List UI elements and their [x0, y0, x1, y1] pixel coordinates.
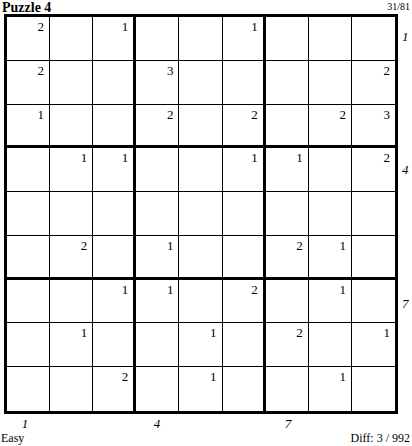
cell-r5c2[interactable] [50, 192, 93, 236]
cell-r7c2[interactable] [50, 280, 93, 324]
given-digit: 2 [167, 108, 174, 121]
given-digit: 2 [251, 108, 258, 121]
cell-r5c7[interactable] [266, 192, 309, 236]
cell-r9c3[interactable]: 2 [93, 367, 136, 411]
cell-r7c8[interactable]: 1 [309, 280, 352, 324]
cell-r8c3[interactable] [93, 323, 136, 367]
cell-r6c4[interactable]: 1 [136, 236, 179, 280]
cell-r5c6[interactable] [223, 192, 266, 236]
cell-r9c7[interactable] [266, 367, 309, 411]
given-digit: 1 [38, 108, 45, 121]
given-digit: 2 [122, 370, 129, 383]
cell-r1c6[interactable]: 1 [223, 17, 266, 61]
cell-r6c9[interactable] [352, 236, 395, 280]
given-digit: 1 [167, 239, 174, 252]
cell-r4c1[interactable] [7, 148, 50, 192]
cell-r1c3[interactable]: 1 [93, 17, 136, 61]
given-digit: 1 [251, 20, 258, 33]
cell-r3c7[interactable] [266, 105, 309, 149]
cell-r6c1[interactable] [7, 236, 50, 280]
given-digit: 2 [339, 108, 346, 121]
cell-r4c3[interactable]: 1 [93, 148, 136, 192]
cell-r1c8[interactable] [309, 17, 352, 61]
cell-r2c7[interactable] [266, 61, 309, 105]
cell-r4c9[interactable]: 2 [352, 148, 395, 192]
cell-r6c3[interactable] [93, 236, 136, 280]
given-digit: 1 [339, 239, 346, 252]
given-digit: 2 [383, 151, 390, 164]
cell-r9c5[interactable]: 1 [179, 367, 222, 411]
cell-r2c3[interactable] [93, 61, 136, 105]
given-digit: 1 [210, 370, 217, 383]
given-digit: 2 [383, 64, 390, 77]
given-digit: 2 [296, 239, 303, 252]
cell-r8c5[interactable]: 1 [179, 323, 222, 367]
cell-r8c4[interactable] [136, 323, 179, 367]
difficulty-rating: Diff: 3 / 992 [351, 431, 410, 446]
cell-r5c1[interactable] [7, 192, 50, 236]
cell-r4c8[interactable] [309, 148, 352, 192]
cell-r2c9[interactable]: 2 [352, 61, 395, 105]
cell-r4c5[interactable] [179, 148, 222, 192]
row-label-4: 4 [402, 162, 409, 178]
cell-r4c7[interactable]: 1 [266, 148, 309, 192]
given-digit: 1 [383, 326, 390, 339]
cell-r9c9[interactable] [352, 367, 395, 411]
cell-r7c3[interactable]: 1 [93, 280, 136, 324]
cell-r7c7[interactable] [266, 280, 309, 324]
cell-r8c9[interactable]: 1 [352, 323, 395, 367]
cell-r6c6[interactable] [223, 236, 266, 280]
cell-r8c2[interactable]: 1 [50, 323, 93, 367]
cell-r5c5[interactable] [179, 192, 222, 236]
row-label-7: 7 [402, 296, 409, 312]
given-digit: 1 [122, 283, 129, 296]
given-digit: 1 [296, 151, 303, 164]
col-label-4: 4 [147, 416, 167, 432]
sudoku-board: 2112321222311112212111211121211 [4, 14, 398, 414]
given-digit: 2 [296, 326, 303, 339]
given-digit: 1 [122, 20, 129, 33]
cell-r5c3[interactable] [93, 192, 136, 236]
col-label-7: 7 [278, 416, 298, 432]
cell-r3c5[interactable] [179, 105, 222, 149]
cell-r7c4[interactable]: 1 [136, 280, 179, 324]
given-digit: 1 [251, 151, 258, 164]
given-digit: 2 [38, 64, 45, 77]
cell-r1c5[interactable] [179, 17, 222, 61]
cell-r8c8[interactable] [309, 323, 352, 367]
given-digit: 1 [210, 326, 217, 339]
col-label-1: 1 [15, 416, 35, 432]
given-digit: 3 [383, 108, 390, 121]
cell-r3c6[interactable]: 2 [223, 105, 266, 149]
cell-r8c1[interactable] [7, 323, 50, 367]
cell-r3c4[interactable]: 2 [136, 105, 179, 149]
cell-r9c6[interactable] [223, 367, 266, 411]
given-digit: 1 [122, 151, 129, 164]
cell-r5c8[interactable] [309, 192, 352, 236]
given-digit: 2 [38, 20, 45, 33]
cell-r7c5[interactable] [179, 280, 222, 324]
cell-r9c2[interactable] [50, 367, 93, 411]
cell-r1c7[interactable] [266, 17, 309, 61]
cell-r4c4[interactable] [136, 148, 179, 192]
given-digit: 1 [81, 151, 88, 164]
given-digit: 3 [167, 64, 174, 77]
cell-r6c2[interactable]: 2 [50, 236, 93, 280]
difficulty-label: Easy [1, 431, 24, 446]
cell-r2c8[interactable] [309, 61, 352, 105]
given-digit: 1 [167, 283, 174, 296]
cell-r2c5[interactable] [179, 61, 222, 105]
cell-r2c2[interactable] [50, 61, 93, 105]
cell-r1c1[interactable]: 2 [7, 17, 50, 61]
row-label-1: 1 [402, 29, 409, 45]
cell-r8c7[interactable]: 2 [266, 323, 309, 367]
cell-r7c1[interactable] [7, 280, 50, 324]
cell-r6c8[interactable]: 1 [309, 236, 352, 280]
cell-r8c6[interactable] [223, 323, 266, 367]
cell-r5c9[interactable] [352, 192, 395, 236]
cell-r1c9[interactable] [352, 17, 395, 61]
cell-r2c1[interactable]: 2 [7, 61, 50, 105]
puzzle-page: Puzzle 4 31/81 2112321222311112212111211… [0, 0, 412, 446]
cell-r3c9[interactable]: 3 [352, 105, 395, 149]
given-digit: 2 [251, 283, 258, 296]
cell-r4c6[interactable]: 1 [223, 148, 266, 192]
cell-r7c6[interactable]: 2 [223, 280, 266, 324]
cell-r6c7[interactable]: 2 [266, 236, 309, 280]
cell-r3c1[interactable]: 1 [7, 105, 50, 149]
cell-r9c1[interactable] [7, 367, 50, 411]
cell-r1c2[interactable] [50, 17, 93, 61]
cell-r1c4[interactable] [136, 17, 179, 61]
cell-r2c4[interactable]: 3 [136, 61, 179, 105]
cell-r3c3[interactable] [93, 105, 136, 149]
cell-r3c8[interactable]: 2 [309, 105, 352, 149]
cell-r5c4[interactable] [136, 192, 179, 236]
given-digit: 1 [81, 326, 88, 339]
cell-r9c4[interactable] [136, 367, 179, 411]
cell-r4c2[interactable]: 1 [50, 148, 93, 192]
cell-r7c9[interactable] [352, 280, 395, 324]
cell-r2c6[interactable] [223, 61, 266, 105]
cell-r6c5[interactable] [179, 236, 222, 280]
clue-count: 31/81 [387, 1, 410, 12]
given-digit: 1 [339, 283, 346, 296]
given-digit: 1 [339, 370, 346, 383]
given-digit: 2 [81, 239, 88, 252]
cell-r9c8[interactable]: 1 [309, 367, 352, 411]
cell-r3c2[interactable] [50, 105, 93, 149]
